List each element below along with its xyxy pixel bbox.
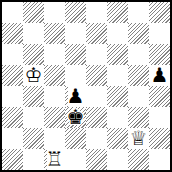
- square-e4[interactable]: [86, 86, 107, 107]
- square-d4[interactable]: ♟: [65, 86, 86, 107]
- square-f2[interactable]: [107, 128, 128, 149]
- square-c6[interactable]: [44, 44, 65, 65]
- square-e8[interactable]: [86, 2, 107, 23]
- square-d6[interactable]: [65, 44, 86, 65]
- chess-diagram: ♔♟♟♚♕♖: [0, 0, 172, 172]
- square-b1[interactable]: [23, 149, 44, 170]
- square-h8[interactable]: [149, 2, 170, 23]
- square-h6[interactable]: [149, 44, 170, 65]
- square-h7[interactable]: [149, 23, 170, 44]
- square-g6[interactable]: [128, 44, 149, 65]
- square-f8[interactable]: [107, 2, 128, 23]
- square-a5[interactable]: [2, 65, 23, 86]
- square-d3[interactable]: ♚: [65, 107, 86, 128]
- square-g2[interactable]: ♕: [128, 128, 149, 149]
- square-g3[interactable]: [128, 107, 149, 128]
- square-d7[interactable]: [65, 23, 86, 44]
- square-b5[interactable]: ♔: [23, 65, 44, 86]
- square-g8[interactable]: [128, 2, 149, 23]
- square-c5[interactable]: [44, 65, 65, 86]
- square-d2[interactable]: [65, 128, 86, 149]
- square-a4[interactable]: [2, 86, 23, 107]
- square-e2[interactable]: [86, 128, 107, 149]
- square-g1[interactable]: [128, 149, 149, 170]
- square-a8[interactable]: [2, 2, 23, 23]
- square-h3[interactable]: [149, 107, 170, 128]
- square-c8[interactable]: [44, 2, 65, 23]
- square-f3[interactable]: [107, 107, 128, 128]
- square-h2[interactable]: [149, 128, 170, 149]
- square-e1[interactable]: [86, 149, 107, 170]
- piece-black-king[interactable]: ♚: [67, 107, 85, 128]
- square-d8[interactable]: [65, 2, 86, 23]
- piece-white-king[interactable]: ♔: [25, 65, 43, 86]
- square-g4[interactable]: [128, 86, 149, 107]
- square-h4[interactable]: [149, 86, 170, 107]
- square-c3[interactable]: [44, 107, 65, 128]
- piece-black-pawn[interactable]: ♟: [67, 86, 85, 107]
- square-e6[interactable]: [86, 44, 107, 65]
- piece-black-pawn[interactable]: ♟: [151, 65, 169, 86]
- square-a6[interactable]: [2, 44, 23, 65]
- square-a3[interactable]: [2, 107, 23, 128]
- square-a7[interactable]: [2, 23, 23, 44]
- square-b4[interactable]: [23, 86, 44, 107]
- square-f1[interactable]: [107, 149, 128, 170]
- square-f7[interactable]: [107, 23, 128, 44]
- square-b6[interactable]: [23, 44, 44, 65]
- square-c2[interactable]: [44, 128, 65, 149]
- square-g5[interactable]: [128, 65, 149, 86]
- square-b2[interactable]: [23, 128, 44, 149]
- square-g7[interactable]: [128, 23, 149, 44]
- piece-white-rook[interactable]: ♖: [46, 149, 64, 170]
- square-e7[interactable]: [86, 23, 107, 44]
- square-c1[interactable]: ♖: [44, 149, 65, 170]
- square-f4[interactable]: [107, 86, 128, 107]
- square-e5[interactable]: [86, 65, 107, 86]
- square-b7[interactable]: [23, 23, 44, 44]
- square-f6[interactable]: [107, 44, 128, 65]
- square-c7[interactable]: [44, 23, 65, 44]
- square-b3[interactable]: [23, 107, 44, 128]
- square-c4[interactable]: [44, 86, 65, 107]
- chess-board: ♔♟♟♚♕♖: [2, 2, 170, 170]
- square-a1[interactable]: [2, 149, 23, 170]
- square-e3[interactable]: [86, 107, 107, 128]
- square-d5[interactable]: [65, 65, 86, 86]
- square-f5[interactable]: [107, 65, 128, 86]
- square-d1[interactable]: [65, 149, 86, 170]
- piece-white-queen[interactable]: ♕: [130, 128, 148, 149]
- square-h1[interactable]: [149, 149, 170, 170]
- square-h5[interactable]: ♟: [149, 65, 170, 86]
- square-a2[interactable]: [2, 128, 23, 149]
- square-b8[interactable]: [23, 2, 44, 23]
